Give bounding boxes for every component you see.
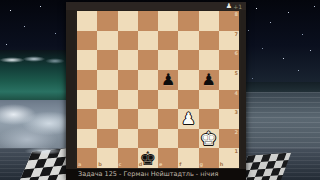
square-e1[interactable]: e (158, 148, 178, 168)
file-label-d: d (139, 162, 143, 167)
square-h6[interactable]: 6 (219, 50, 239, 70)
piece-white-king-g2[interactable]: ♚ (199, 129, 219, 149)
chess-app-panel: ♟ +1 876♟♟54♟3♚2abcd♚efg1h Задача 125 - … (66, 2, 246, 180)
piece-black-pawn-g5[interactable]: ♟ (199, 70, 219, 90)
file-label-a: a (78, 162, 81, 167)
square-c8[interactable] (118, 11, 138, 31)
chess-board[interactable]: 876♟♟54♟3♚2abcd♚efg1h (77, 11, 239, 168)
stars (0, 0, 1, 1)
square-a6[interactable] (77, 50, 97, 70)
square-g1[interactable]: g (199, 148, 219, 168)
square-e2[interactable] (158, 129, 178, 149)
rank-label-1: 1 (235, 149, 238, 154)
square-c6[interactable] (118, 50, 138, 70)
square-b6[interactable] (97, 50, 117, 70)
square-d5[interactable] (138, 70, 158, 90)
square-b5[interactable] (97, 70, 117, 90)
rank-label-5: 5 (235, 71, 238, 76)
square-f1[interactable]: f (178, 148, 198, 168)
square-d7[interactable] (138, 31, 158, 51)
square-a4[interactable] (77, 90, 97, 110)
square-f7[interactable] (178, 31, 198, 51)
square-a1[interactable]: a (77, 148, 97, 168)
square-a5[interactable] (77, 70, 97, 90)
square-f6[interactable] (178, 50, 198, 70)
square-d6[interactable] (138, 50, 158, 70)
square-e6[interactable] (158, 50, 178, 70)
file-label-g: g (200, 162, 204, 167)
square-a3[interactable] (77, 109, 97, 129)
file-label-e: e (159, 162, 162, 167)
square-d1[interactable]: d♚ (138, 148, 158, 168)
square-e8[interactable] (158, 11, 178, 31)
square-e5[interactable]: ♟ (158, 70, 178, 90)
puzzle-caption: Задача 125 - Герман Нейштадтль - нічия (66, 169, 246, 180)
square-f5[interactable] (178, 70, 198, 90)
square-h7[interactable]: 7 (219, 31, 239, 51)
piece-white-pawn-f3[interactable]: ♟ (178, 109, 198, 129)
square-h2[interactable]: 2 (219, 129, 239, 149)
square-f3[interactable]: ♟ (178, 109, 198, 129)
square-d8[interactable] (138, 11, 158, 31)
file-label-b: b (98, 162, 102, 167)
square-h1[interactable]: 1h (219, 148, 239, 168)
square-f8[interactable] (178, 11, 198, 31)
square-g2[interactable]: ♚ (199, 129, 219, 149)
rank-label-3: 3 (235, 110, 238, 115)
file-label-f: f (179, 162, 181, 167)
square-d3[interactable] (138, 109, 158, 129)
square-c4[interactable] (118, 90, 138, 110)
square-g6[interactable] (199, 50, 219, 70)
square-a8[interactable] (77, 11, 97, 31)
square-c3[interactable] (118, 109, 138, 129)
square-h3[interactable]: 3 (219, 109, 239, 129)
square-c1[interactable]: c (118, 148, 138, 168)
square-b1[interactable]: b (97, 148, 117, 168)
file-label-c: c (119, 162, 122, 167)
rank-label-7: 7 (235, 32, 238, 37)
square-e3[interactable] (158, 109, 178, 129)
file-label-h: h (220, 162, 224, 167)
square-g4[interactable] (199, 90, 219, 110)
square-b4[interactable] (97, 90, 117, 110)
square-g3[interactable] (199, 109, 219, 129)
square-h4[interactable]: 4 (219, 90, 239, 110)
square-b3[interactable] (97, 109, 117, 129)
sea-foam (0, 100, 68, 152)
square-e7[interactable] (158, 31, 178, 51)
square-d2[interactable] (138, 129, 158, 149)
square-e4[interactable] (158, 90, 178, 110)
square-b7[interactable] (97, 31, 117, 51)
square-b2[interactable] (97, 129, 117, 149)
pawn-icon: ♟ (226, 3, 232, 10)
square-a2[interactable] (77, 129, 97, 149)
square-c7[interactable] (118, 31, 138, 51)
square-d4[interactable] (138, 90, 158, 110)
material-advantage-value: +1 (233, 3, 242, 10)
square-a7[interactable] (77, 31, 97, 51)
square-g5[interactable]: ♟ (199, 70, 219, 90)
rank-label-2: 2 (235, 130, 238, 135)
piece-black-pawn-e5[interactable]: ♟ (158, 70, 178, 90)
square-g7[interactable] (199, 31, 219, 51)
square-h5[interactable]: 5 (219, 70, 239, 90)
square-c5[interactable] (118, 70, 138, 90)
rank-label-6: 6 (235, 51, 238, 56)
square-c2[interactable] (118, 129, 138, 149)
square-f2[interactable] (178, 129, 198, 149)
square-g8[interactable] (199, 11, 219, 31)
rank-label-4: 4 (235, 91, 238, 96)
square-b8[interactable] (97, 11, 117, 31)
top-bar: ♟ +1 (66, 2, 246, 10)
rank-label-8: 8 (235, 12, 238, 17)
wave-foam-crest (0, 54, 68, 66)
board-frame: 876♟♟54♟3♚2abcd♚efg1h (75, 10, 241, 169)
square-h8[interactable]: 8 (219, 11, 239, 31)
piece-black-king-d1[interactable]: ♚ (138, 148, 158, 168)
square-f4[interactable] (178, 90, 198, 110)
